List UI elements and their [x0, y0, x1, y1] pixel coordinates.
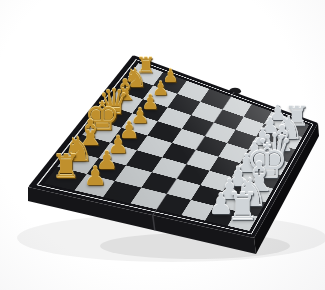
fold-seam-layer: [0, 0, 325, 290]
product-photo-scene: ♜♟♞♟♝♟♛♟♟♜♚♟♟♞♟♝♝♟♟♞♛♟♟♜♚♟♟♝♟♞♟♜: [0, 0, 325, 290]
fold-seam: [153, 92, 234, 215]
fold-seam-front: [153, 215, 155, 230]
